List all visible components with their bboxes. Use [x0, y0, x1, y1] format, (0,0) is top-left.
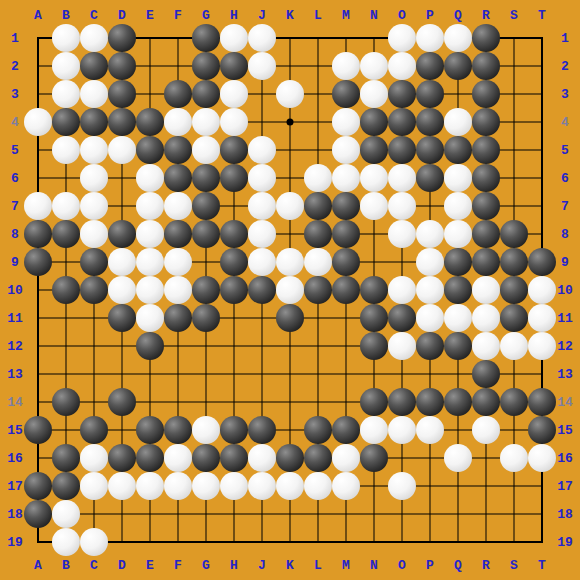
black-stone-A15	[24, 416, 52, 444]
white-stone-N15	[360, 416, 388, 444]
white-stone-Q4	[444, 108, 472, 136]
col-label-bottom-D: D	[118, 559, 126, 572]
col-label-top-H: H	[230, 9, 238, 22]
black-stone-N11	[360, 304, 388, 332]
row-label-right-16: 16	[557, 452, 573, 465]
black-stone-H8	[220, 220, 248, 248]
black-stone-A9	[24, 248, 52, 276]
black-stone-D1	[108, 24, 136, 52]
black-stone-D4	[108, 108, 136, 136]
white-stone-P11	[416, 304, 444, 332]
col-label-top-B: B	[62, 9, 70, 22]
white-stone-J5	[248, 136, 276, 164]
col-label-top-K: K	[286, 9, 294, 22]
black-stone-P12	[416, 332, 444, 360]
white-stone-L9	[304, 248, 332, 276]
col-label-bottom-Q: Q	[454, 559, 462, 572]
black-stone-Q5	[444, 136, 472, 164]
white-stone-C5	[80, 136, 108, 164]
white-stone-O1	[388, 24, 416, 52]
white-stone-J7	[248, 192, 276, 220]
white-stone-Q8	[444, 220, 472, 248]
black-stone-N4	[360, 108, 388, 136]
white-stone-B5	[52, 136, 80, 164]
black-stone-R7	[472, 192, 500, 220]
row-label-left-14: 14	[7, 396, 23, 409]
white-stone-M2	[332, 52, 360, 80]
black-stone-D3	[108, 80, 136, 108]
white-stone-P1	[416, 24, 444, 52]
white-stone-F7	[164, 192, 192, 220]
black-stone-R4	[472, 108, 500, 136]
white-stone-O7	[388, 192, 416, 220]
col-label-bottom-P: P	[426, 559, 434, 572]
black-stone-E5	[136, 136, 164, 164]
white-stone-E17	[136, 472, 164, 500]
white-stone-N2	[360, 52, 388, 80]
black-stone-A18	[24, 500, 52, 528]
white-stone-J6	[248, 164, 276, 192]
row-label-right-18: 18	[557, 508, 573, 521]
black-stone-H9	[220, 248, 248, 276]
white-stone-H17	[220, 472, 248, 500]
row-label-left-18: 18	[7, 508, 23, 521]
black-stone-M10	[332, 276, 360, 304]
row-label-left-8: 8	[11, 228, 19, 241]
white-stone-N7	[360, 192, 388, 220]
white-stone-D9	[108, 248, 136, 276]
col-label-top-A: A	[34, 9, 42, 22]
black-stone-S14	[500, 388, 528, 416]
black-stone-C15	[80, 416, 108, 444]
black-stone-D2	[108, 52, 136, 80]
white-stone-C7	[80, 192, 108, 220]
white-stone-G4	[192, 108, 220, 136]
row-label-right-2: 2	[561, 60, 569, 73]
white-stone-Q7	[444, 192, 472, 220]
white-stone-T12	[528, 332, 556, 360]
white-stone-E10	[136, 276, 164, 304]
white-stone-F16	[164, 444, 192, 472]
black-stone-D11	[108, 304, 136, 332]
row-label-right-9: 9	[561, 256, 569, 269]
black-stone-L15	[304, 416, 332, 444]
black-stone-B8	[52, 220, 80, 248]
white-stone-A7	[24, 192, 52, 220]
white-stone-D17	[108, 472, 136, 500]
row-label-left-4: 4	[11, 116, 19, 129]
black-stone-O3	[388, 80, 416, 108]
white-stone-J8	[248, 220, 276, 248]
white-stone-J2	[248, 52, 276, 80]
black-stone-C9	[80, 248, 108, 276]
row-label-right-11: 11	[557, 312, 573, 325]
black-stone-D8	[108, 220, 136, 248]
col-label-top-M: M	[342, 9, 350, 22]
white-stone-F4	[164, 108, 192, 136]
black-stone-N14	[360, 388, 388, 416]
col-label-bottom-J: J	[258, 559, 266, 572]
black-stone-P14	[416, 388, 444, 416]
black-stone-G6	[192, 164, 220, 192]
black-stone-O11	[388, 304, 416, 332]
white-stone-H4	[220, 108, 248, 136]
black-stone-T9	[528, 248, 556, 276]
col-label-top-P: P	[426, 9, 434, 22]
white-stone-C16	[80, 444, 108, 472]
white-stone-B1	[52, 24, 80, 52]
white-stone-B3	[52, 80, 80, 108]
black-stone-D16	[108, 444, 136, 472]
row-label-right-8: 8	[561, 228, 569, 241]
black-stone-L16	[304, 444, 332, 472]
white-stone-R12	[472, 332, 500, 360]
black-stone-Q14	[444, 388, 472, 416]
black-stone-E15	[136, 416, 164, 444]
white-stone-O17	[388, 472, 416, 500]
black-stone-C4	[80, 108, 108, 136]
black-stone-G10	[192, 276, 220, 304]
col-label-bottom-C: C	[90, 559, 98, 572]
row-label-left-9: 9	[11, 256, 19, 269]
black-stone-G11	[192, 304, 220, 332]
white-stone-D10	[108, 276, 136, 304]
row-label-left-10: 10	[7, 284, 23, 297]
black-stone-O14	[388, 388, 416, 416]
col-label-top-T: T	[538, 9, 546, 22]
black-stone-R14	[472, 388, 500, 416]
white-stone-O2	[388, 52, 416, 80]
white-stone-B18	[52, 500, 80, 528]
black-stone-A8	[24, 220, 52, 248]
black-stone-B17	[52, 472, 80, 500]
col-label-bottom-B: B	[62, 559, 70, 572]
black-stone-P5	[416, 136, 444, 164]
white-stone-G5	[192, 136, 220, 164]
black-stone-D14	[108, 388, 136, 416]
black-stone-P6	[416, 164, 444, 192]
white-stone-O6	[388, 164, 416, 192]
white-stone-H1	[220, 24, 248, 52]
white-stone-R11	[472, 304, 500, 332]
white-stone-F17	[164, 472, 192, 500]
row-label-right-15: 15	[557, 424, 573, 437]
white-stone-A4	[24, 108, 52, 136]
white-stone-E6	[136, 164, 164, 192]
black-stone-L8	[304, 220, 332, 248]
black-stone-H6	[220, 164, 248, 192]
white-stone-R15	[472, 416, 500, 444]
black-stone-O5	[388, 136, 416, 164]
col-label-bottom-S: S	[510, 559, 518, 572]
col-label-bottom-N: N	[370, 559, 378, 572]
black-stone-K11	[276, 304, 304, 332]
col-label-bottom-A: A	[34, 559, 42, 572]
white-stone-C19	[80, 528, 108, 556]
row-label-right-19: 19	[557, 536, 573, 549]
black-stone-F5	[164, 136, 192, 164]
black-stone-R3	[472, 80, 500, 108]
white-stone-Q1	[444, 24, 472, 52]
row-label-right-6: 6	[561, 172, 569, 185]
row-label-right-14: 14	[557, 396, 573, 409]
black-stone-F11	[164, 304, 192, 332]
row-label-left-3: 3	[11, 88, 19, 101]
black-stone-S11	[500, 304, 528, 332]
black-stone-T15	[528, 416, 556, 444]
black-stone-Q2	[444, 52, 472, 80]
black-stone-R5	[472, 136, 500, 164]
black-stone-R6	[472, 164, 500, 192]
black-stone-F6	[164, 164, 192, 192]
white-stone-T10	[528, 276, 556, 304]
row-label-left-2: 2	[11, 60, 19, 73]
white-stone-C1	[80, 24, 108, 52]
black-stone-M7	[332, 192, 360, 220]
white-stone-P10	[416, 276, 444, 304]
black-stone-R2	[472, 52, 500, 80]
black-stone-Q9	[444, 248, 472, 276]
black-stone-H15	[220, 416, 248, 444]
col-label-bottom-T: T	[538, 559, 546, 572]
black-stone-S10	[500, 276, 528, 304]
row-label-right-5: 5	[561, 144, 569, 157]
white-stone-F9	[164, 248, 192, 276]
black-stone-R13	[472, 360, 500, 388]
white-stone-T11	[528, 304, 556, 332]
black-stone-H16	[220, 444, 248, 472]
white-stone-Q6	[444, 164, 472, 192]
col-label-bottom-K: K	[286, 559, 294, 572]
black-stone-M15	[332, 416, 360, 444]
black-stone-L10	[304, 276, 332, 304]
black-stone-C10	[80, 276, 108, 304]
black-stone-E4	[136, 108, 164, 136]
black-stone-F15	[164, 416, 192, 444]
white-stone-K9	[276, 248, 304, 276]
black-stone-E16	[136, 444, 164, 472]
white-stone-S16	[500, 444, 528, 472]
black-stone-A17	[24, 472, 52, 500]
white-stone-O8	[388, 220, 416, 248]
row-label-right-13: 13	[557, 368, 573, 381]
white-stone-C6	[80, 164, 108, 192]
row-label-right-3: 3	[561, 88, 569, 101]
black-stone-G2	[192, 52, 220, 80]
black-stone-P2	[416, 52, 444, 80]
black-stone-S9	[500, 248, 528, 276]
white-stone-G17	[192, 472, 220, 500]
white-stone-Q16	[444, 444, 472, 472]
white-stone-G15	[192, 416, 220, 444]
white-stone-C3	[80, 80, 108, 108]
white-stone-J17	[248, 472, 276, 500]
black-stone-N5	[360, 136, 388, 164]
col-label-bottom-G: G	[202, 559, 210, 572]
row-label-right-17: 17	[557, 480, 573, 493]
black-stone-S8	[500, 220, 528, 248]
white-stone-J1	[248, 24, 276, 52]
row-label-right-12: 12	[557, 340, 573, 353]
white-stone-D5	[108, 136, 136, 164]
black-stone-R9	[472, 248, 500, 276]
black-stone-M9	[332, 248, 360, 276]
col-label-top-C: C	[90, 9, 98, 22]
white-stone-K3	[276, 80, 304, 108]
black-stone-B4	[52, 108, 80, 136]
white-stone-K7	[276, 192, 304, 220]
white-stone-L6	[304, 164, 332, 192]
row-label-left-11: 11	[7, 312, 23, 325]
black-stone-T14	[528, 388, 556, 416]
white-stone-F10	[164, 276, 192, 304]
black-stone-G16	[192, 444, 220, 472]
white-stone-T16	[528, 444, 556, 472]
col-label-top-R: R	[482, 9, 490, 22]
black-stone-C2	[80, 52, 108, 80]
col-label-top-E: E	[146, 9, 154, 22]
col-label-bottom-R: R	[482, 559, 490, 572]
white-stone-J9	[248, 248, 276, 276]
white-stone-E8	[136, 220, 164, 248]
col-label-bottom-M: M	[342, 559, 350, 572]
white-stone-C17	[80, 472, 108, 500]
star-point	[287, 119, 294, 126]
black-stone-N10	[360, 276, 388, 304]
black-stone-H5	[220, 136, 248, 164]
row-label-right-4: 4	[561, 116, 569, 129]
col-label-bottom-O: O	[398, 559, 406, 572]
row-label-left-12: 12	[7, 340, 23, 353]
col-label-top-N: N	[370, 9, 378, 22]
row-label-left-5: 5	[11, 144, 19, 157]
black-stone-Q12	[444, 332, 472, 360]
white-stone-P9	[416, 248, 444, 276]
black-stone-G8	[192, 220, 220, 248]
white-stone-M6	[332, 164, 360, 192]
black-stone-M3	[332, 80, 360, 108]
white-stone-N3	[360, 80, 388, 108]
white-stone-Q11	[444, 304, 472, 332]
row-label-left-13: 13	[7, 368, 23, 381]
black-stone-N12	[360, 332, 388, 360]
black-stone-J15	[248, 416, 276, 444]
white-stone-M17	[332, 472, 360, 500]
col-label-top-F: F	[174, 9, 182, 22]
white-stone-R10	[472, 276, 500, 304]
row-label-right-1: 1	[561, 32, 569, 45]
black-stone-Q10	[444, 276, 472, 304]
white-stone-K10	[276, 276, 304, 304]
white-stone-L17	[304, 472, 332, 500]
white-stone-J16	[248, 444, 276, 472]
black-stone-M8	[332, 220, 360, 248]
white-stone-M4	[332, 108, 360, 136]
black-stone-F8	[164, 220, 192, 248]
white-stone-E9	[136, 248, 164, 276]
white-stone-C8	[80, 220, 108, 248]
white-stone-P8	[416, 220, 444, 248]
go-board[interactable]: AABBCCDDEEFFGGHHJJKKLLMMNNOOPPQQRRSSTT11…	[0, 0, 580, 580]
black-stone-R8	[472, 220, 500, 248]
black-stone-G3	[192, 80, 220, 108]
white-stone-E11	[136, 304, 164, 332]
black-stone-L7	[304, 192, 332, 220]
black-stone-B10	[52, 276, 80, 304]
row-label-left-1: 1	[11, 32, 19, 45]
col-label-top-O: O	[398, 9, 406, 22]
col-label-top-S: S	[510, 9, 518, 22]
row-label-left-17: 17	[7, 480, 23, 493]
row-label-right-10: 10	[557, 284, 573, 297]
row-label-left-7: 7	[11, 200, 19, 213]
col-label-bottom-L: L	[314, 559, 322, 572]
white-stone-M5	[332, 136, 360, 164]
black-stone-O4	[388, 108, 416, 136]
white-stone-B7	[52, 192, 80, 220]
black-stone-B16	[52, 444, 80, 472]
black-stone-E12	[136, 332, 164, 360]
black-stone-B14	[52, 388, 80, 416]
white-stone-E7	[136, 192, 164, 220]
black-stone-P4	[416, 108, 444, 136]
white-stone-N6	[360, 164, 388, 192]
col-label-top-Q: Q	[454, 9, 462, 22]
col-label-top-G: G	[202, 9, 210, 22]
row-label-left-19: 19	[7, 536, 23, 549]
white-stone-O12	[388, 332, 416, 360]
black-stone-R1	[472, 24, 500, 52]
black-stone-N16	[360, 444, 388, 472]
white-stone-B2	[52, 52, 80, 80]
white-stone-M16	[332, 444, 360, 472]
row-label-left-6: 6	[11, 172, 19, 185]
col-label-top-J: J	[258, 9, 266, 22]
col-label-top-L: L	[314, 9, 322, 22]
white-stone-O10	[388, 276, 416, 304]
black-stone-H2	[220, 52, 248, 80]
row-label-left-15: 15	[7, 424, 23, 437]
black-stone-P3	[416, 80, 444, 108]
white-stone-P15	[416, 416, 444, 444]
white-stone-O15	[388, 416, 416, 444]
black-stone-F3	[164, 80, 192, 108]
white-stone-H3	[220, 80, 248, 108]
white-stone-K17	[276, 472, 304, 500]
col-label-bottom-E: E	[146, 559, 154, 572]
black-stone-K16	[276, 444, 304, 472]
white-stone-B19	[52, 528, 80, 556]
black-stone-G1	[192, 24, 220, 52]
row-label-right-7: 7	[561, 200, 569, 213]
white-stone-S12	[500, 332, 528, 360]
black-stone-G7	[192, 192, 220, 220]
black-stone-H10	[220, 276, 248, 304]
col-label-bottom-H: H	[230, 559, 238, 572]
row-label-left-16: 16	[7, 452, 23, 465]
black-stone-J10	[248, 276, 276, 304]
col-label-bottom-F: F	[174, 559, 182, 572]
col-label-top-D: D	[118, 9, 126, 22]
